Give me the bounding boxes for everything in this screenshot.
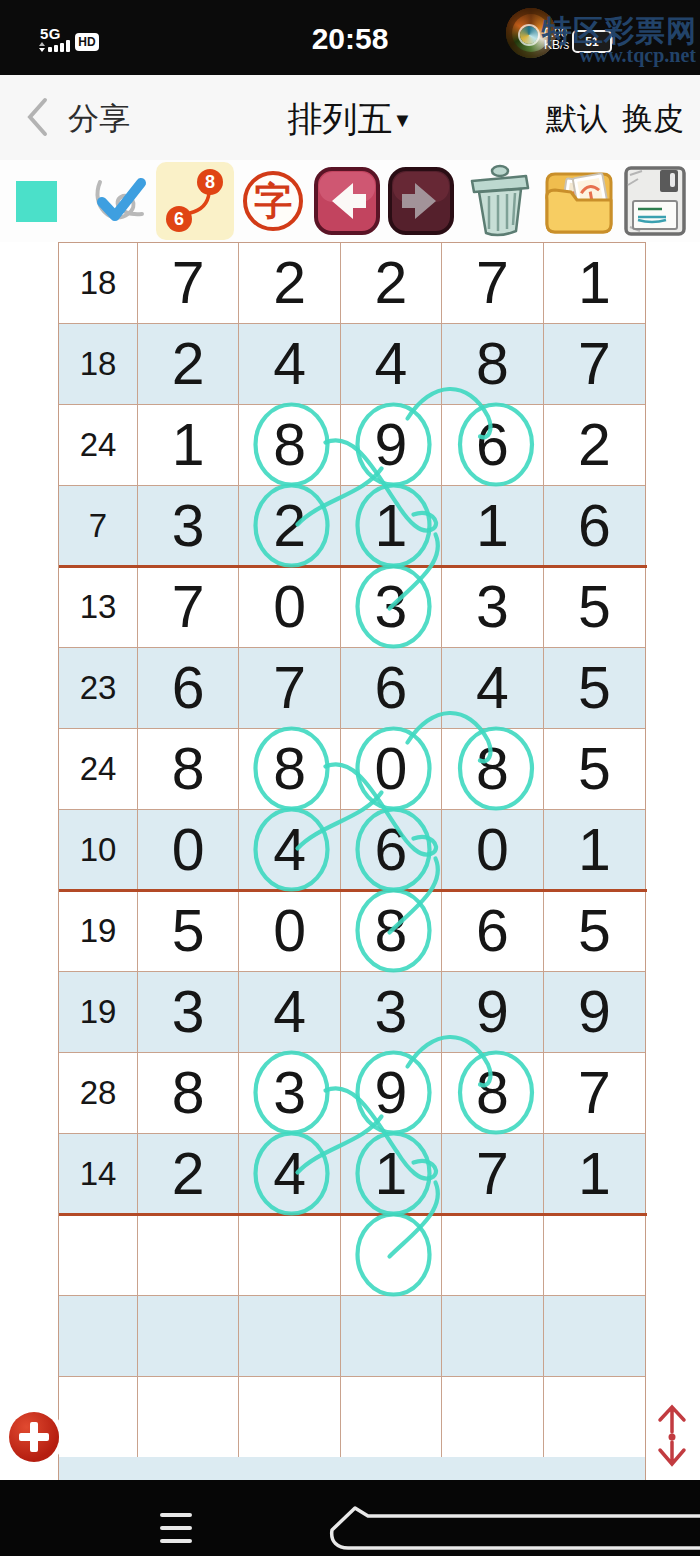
grid-cell[interactable]: 0 bbox=[138, 810, 239, 890]
grid-cell[interactable]: 7 bbox=[138, 243, 239, 323]
grid-cell[interactable]: 9 bbox=[442, 972, 543, 1052]
grid-cell[interactable]: 8 bbox=[341, 891, 442, 971]
grid-cell[interactable]: 3 bbox=[341, 972, 442, 1052]
grid-row bbox=[59, 1377, 645, 1458]
grid-cell[interactable]: 7 bbox=[442, 1134, 543, 1214]
save-button[interactable] bbox=[616, 162, 694, 240]
text-tool-icon: 字 bbox=[239, 167, 307, 235]
period-separator-line bbox=[59, 565, 647, 568]
grid-row: 1950865 bbox=[59, 891, 645, 972]
grid-cell[interactable]: 8 bbox=[442, 324, 543, 404]
grid-cell[interactable]: 6 bbox=[544, 486, 645, 566]
grid-cell[interactable]: 5 bbox=[544, 729, 645, 809]
redo-button[interactable] bbox=[382, 162, 460, 240]
grid-cell[interactable] bbox=[544, 1215, 645, 1295]
grid-row: 1004601 bbox=[59, 810, 645, 891]
pen-check-icon bbox=[86, 170, 152, 232]
grid-cell[interactable]: 3 bbox=[138, 972, 239, 1052]
trend-connect-icon: 8 6 bbox=[160, 166, 230, 236]
dropdown-caret-icon: ▼ bbox=[393, 109, 413, 131]
trash-icon bbox=[462, 163, 536, 239]
grid-cell[interactable]: 8 bbox=[239, 729, 340, 809]
trend-bottom-digit: 6 bbox=[174, 209, 184, 229]
grid-cell[interactable] bbox=[442, 1296, 543, 1376]
grid-row: 2367645 bbox=[59, 648, 645, 729]
grid-row: 1824487 bbox=[59, 324, 645, 405]
grid-cell[interactable]: 3 bbox=[442, 567, 543, 647]
text-tool-button[interactable]: 字 bbox=[234, 162, 312, 240]
right-arrow-icon bbox=[387, 166, 455, 236]
grid-cell[interactable]: 7 bbox=[442, 243, 543, 323]
row-sum: 10 bbox=[59, 810, 138, 890]
skin-default-button[interactable]: 默认 bbox=[546, 98, 608, 140]
watermark-site-url: www.tqcp.net bbox=[579, 44, 696, 67]
floppy-disk-icon bbox=[622, 165, 688, 237]
color-swatch-button[interactable] bbox=[16, 181, 57, 222]
grid-cell[interactable] bbox=[239, 1377, 340, 1457]
page-title: 排列五 bbox=[288, 99, 393, 138]
grid-cell[interactable]: 2 bbox=[239, 486, 340, 566]
trend-connect-tool-button[interactable]: 8 6 bbox=[156, 162, 234, 240]
grid-row: 2418962 bbox=[59, 405, 645, 486]
grid-cell[interactable] bbox=[442, 1215, 543, 1295]
back-gesture-bar[interactable] bbox=[325, 1504, 700, 1550]
grid-cell[interactable]: 1 bbox=[341, 486, 442, 566]
grid-cell[interactable]: 3 bbox=[138, 486, 239, 566]
grid-row: 732116 bbox=[59, 486, 645, 567]
recent-apps-button[interactable] bbox=[160, 1513, 192, 1545]
row-sum: 13 bbox=[59, 567, 138, 647]
scroll-up-down-control[interactable] bbox=[648, 1398, 696, 1474]
grid-cell[interactable]: 4 bbox=[239, 810, 340, 890]
grid-cell[interactable]: 1 bbox=[341, 1134, 442, 1214]
grid-cell[interactable] bbox=[341, 1215, 442, 1295]
grid-row bbox=[59, 1215, 645, 1296]
grid-cell[interactable]: 8 bbox=[442, 729, 543, 809]
grid-cell[interactable]: 1 bbox=[544, 810, 645, 890]
grid-cell[interactable]: 1 bbox=[138, 405, 239, 485]
grid-cell[interactable]: 0 bbox=[239, 567, 340, 647]
grid-cell[interactable]: 6 bbox=[341, 648, 442, 728]
grid-cell[interactable] bbox=[341, 1377, 442, 1457]
grid-cell[interactable]: 1 bbox=[544, 1134, 645, 1214]
grid-cell[interactable]: 4 bbox=[239, 972, 340, 1052]
skin-controls: 默认 换皮 bbox=[546, 98, 684, 140]
grid-cell[interactable]: 0 bbox=[341, 729, 442, 809]
grid-cell[interactable]: 7 bbox=[544, 1053, 645, 1133]
row-sum: 24 bbox=[59, 405, 138, 485]
clear-trash-button[interactable] bbox=[460, 162, 538, 240]
grid-cell[interactable]: 9 bbox=[341, 405, 442, 485]
system-nav-bar bbox=[0, 1480, 700, 1556]
grid-cell[interactable]: 6 bbox=[442, 405, 543, 485]
grid-row: 2883987 bbox=[59, 1053, 645, 1134]
grid-cell[interactable]: 7 bbox=[138, 567, 239, 647]
grid-row: 1370335 bbox=[59, 567, 645, 648]
grid-cell[interactable]: 8 bbox=[138, 1053, 239, 1133]
grid-cell[interactable]: 7 bbox=[239, 648, 340, 728]
row-sum: 7 bbox=[59, 486, 138, 566]
text-tool-glyph: 字 bbox=[254, 180, 292, 222]
grid-cell[interactable]: 6 bbox=[138, 648, 239, 728]
grid-cell[interactable]: 5 bbox=[138, 891, 239, 971]
trend-grid: 1872271182448724189627321161370335236764… bbox=[58, 242, 646, 1458]
grid-cell[interactable]: 5 bbox=[544, 567, 645, 647]
row-sum: 14 bbox=[59, 1134, 138, 1214]
grid-cell[interactable]: 6 bbox=[442, 891, 543, 971]
skin-change-button[interactable]: 换皮 bbox=[622, 98, 684, 140]
scroll-dot-icon bbox=[669, 1434, 676, 1441]
grid-cell[interactable]: 8 bbox=[442, 1053, 543, 1133]
grid-row: 1872271 bbox=[59, 243, 645, 324]
grid-cell[interactable] bbox=[239, 1296, 340, 1376]
grid-cell[interactable]: 5 bbox=[544, 891, 645, 971]
grid-cell[interactable]: 2 bbox=[341, 243, 442, 323]
row-sum bbox=[59, 1296, 138, 1376]
grid-cell[interactable]: 0 bbox=[442, 810, 543, 890]
grid-cell[interactable] bbox=[544, 1296, 645, 1376]
row-sum: 18 bbox=[59, 243, 138, 323]
row-sum: 19 bbox=[59, 972, 138, 1052]
grid-cell[interactable]: 1 bbox=[544, 243, 645, 323]
period-separator-line bbox=[59, 1213, 647, 1216]
row-sum bbox=[59, 1377, 138, 1457]
grid-cell[interactable] bbox=[138, 1215, 239, 1295]
grid-cell[interactable]: 3 bbox=[341, 567, 442, 647]
scroll-down-icon bbox=[660, 1442, 684, 1464]
pen-check-tool-button[interactable] bbox=[80, 162, 158, 240]
grid-cell[interactable]: 3 bbox=[239, 1053, 340, 1133]
period-separator-line bbox=[59, 889, 647, 892]
grid-cell[interactable]: 4 bbox=[442, 648, 543, 728]
row-sum: 19 bbox=[59, 891, 138, 971]
grid-cell[interactable] bbox=[138, 1296, 239, 1376]
grid-cell[interactable]: 1 bbox=[442, 486, 543, 566]
grid-cell[interactable]: 2 bbox=[138, 324, 239, 404]
grid-cell[interactable] bbox=[544, 1377, 645, 1457]
grid-cell[interactable]: 4 bbox=[239, 1134, 340, 1214]
grid-cell[interactable] bbox=[341, 1296, 442, 1376]
grid-cell[interactable] bbox=[442, 1377, 543, 1457]
row-sum: 28 bbox=[59, 1053, 138, 1133]
grid-partial-row bbox=[58, 1457, 646, 1481]
grid-cell[interactable]: 5 bbox=[544, 648, 645, 728]
grid-cell[interactable]: 4 bbox=[341, 324, 442, 404]
grid-cell[interactable]: 8 bbox=[138, 729, 239, 809]
undo-button[interactable] bbox=[308, 162, 386, 240]
grid-cell[interactable]: 2 bbox=[138, 1134, 239, 1214]
photo-folder-icon bbox=[541, 166, 617, 236]
scroll-up-icon bbox=[660, 1407, 684, 1432]
grid-cell[interactable]: 7 bbox=[544, 324, 645, 404]
grid-row: 1424171 bbox=[59, 1134, 645, 1215]
grid-row: 2488085 bbox=[59, 729, 645, 810]
grid-row bbox=[59, 1296, 645, 1377]
left-arrow-icon bbox=[313, 166, 381, 236]
grid-row: 1934399 bbox=[59, 972, 645, 1053]
grid-cell[interactable] bbox=[239, 1215, 340, 1295]
nav-bar: 分享 排列五▼ 默认 换皮 bbox=[0, 75, 700, 161]
row-sum bbox=[59, 1215, 138, 1295]
grid-cell[interactable]: 6 bbox=[341, 810, 442, 890]
grid-cell[interactable]: 8 bbox=[239, 405, 340, 485]
grid-cell[interactable]: 2 bbox=[544, 405, 645, 485]
gallery-button[interactable] bbox=[540, 162, 618, 240]
status-bar: 5G HD 20:58 0.00 KB/s 51 特区彩票网 www.tqcp.… bbox=[0, 0, 700, 75]
add-row-button[interactable] bbox=[9, 1412, 59, 1462]
grid-cell[interactable]: 9 bbox=[544, 972, 645, 1052]
grid-cell[interactable] bbox=[138, 1377, 239, 1457]
grid-cell[interactable]: 2 bbox=[239, 243, 340, 323]
app-screen: 5G HD 20:58 0.00 KB/s 51 特区彩票网 www.tqcp.… bbox=[0, 0, 700, 1556]
grid-cell[interactable]: 4 bbox=[239, 324, 340, 404]
grid-cell[interactable]: 9 bbox=[341, 1053, 442, 1133]
row-sum: 23 bbox=[59, 648, 138, 728]
drawing-toolbar: 8 6 字 bbox=[0, 160, 700, 242]
row-sum: 24 bbox=[59, 729, 138, 809]
row-sum: 18 bbox=[59, 324, 138, 404]
grid-cell[interactable]: 0 bbox=[239, 891, 340, 971]
trend-top-digit: 8 bbox=[205, 172, 215, 192]
